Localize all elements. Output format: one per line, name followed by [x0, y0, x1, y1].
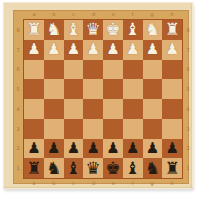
- square-a5[interactable]: [24, 79, 44, 99]
- square-b8[interactable]: ♞: [44, 20, 64, 40]
- piece-white-queen[interactable]: ♛: [86, 21, 101, 38]
- square-d4[interactable]: [83, 99, 103, 119]
- square-h2[interactable]: ♟: [162, 139, 182, 159]
- coordinate-label: 8: [186, 20, 189, 40]
- coordinate-label: 5: [186, 79, 189, 99]
- coordinate-label: b: [44, 180, 64, 186]
- coordinate-label: e: [104, 11, 124, 17]
- coordinate-label: f: [123, 180, 142, 186]
- file-labels-bottom: abcdefgh: [24, 179, 182, 187]
- square-f7[interactable]: ♟: [123, 40, 143, 60]
- square-a4[interactable]: [24, 99, 44, 119]
- square-a8[interactable]: ♜: [24, 20, 44, 40]
- piece-white-bishop[interactable]: ♝: [66, 21, 81, 38]
- piece-black-rook[interactable]: ♜: [165, 159, 180, 176]
- square-e7[interactable]: ♟: [103, 40, 123, 60]
- square-d8[interactable]: ♛: [83, 20, 103, 40]
- square-c7[interactable]: ♟: [64, 40, 84, 60]
- coordinate-label: 2: [186, 139, 189, 159]
- piece-white-rook[interactable]: ♜: [165, 21, 180, 38]
- piece-black-knight[interactable]: ♞: [145, 159, 160, 176]
- piece-white-rook[interactable]: ♜: [26, 21, 41, 38]
- piece-black-pawn[interactable]: ♟: [106, 140, 119, 155]
- coordinate-label: a: [24, 180, 44, 186]
- square-a3[interactable]: [24, 119, 44, 139]
- piece-white-pawn[interactable]: ♟: [146, 42, 159, 57]
- piece-black-bishop[interactable]: ♝: [66, 159, 81, 176]
- coordinate-label: 1: [186, 158, 189, 178]
- rank-labels-left: 87654321: [14, 20, 22, 178]
- square-h3[interactable]: [162, 119, 182, 139]
- piece-black-pawn[interactable]: ♟: [126, 140, 139, 155]
- square-b1[interactable]: ♞: [44, 158, 64, 178]
- piece-black-pawn[interactable]: ♟: [47, 140, 60, 155]
- square-h8[interactable]: ♜: [162, 20, 182, 40]
- square-g5[interactable]: [143, 79, 163, 99]
- coordinate-label: f: [123, 11, 142, 17]
- coordinate-label: e: [104, 180, 124, 186]
- square-e6[interactable]: [103, 60, 123, 80]
- coordinate-label: 7: [186, 40, 189, 60]
- square-f6[interactable]: [123, 60, 143, 80]
- piece-black-pawn[interactable]: ♟: [165, 140, 178, 155]
- square-b3[interactable]: [44, 119, 64, 139]
- square-b7[interactable]: ♟: [44, 40, 64, 60]
- square-h7[interactable]: ♟: [162, 40, 182, 60]
- piece-black-bishop[interactable]: ♝: [125, 159, 140, 176]
- square-e4[interactable]: [103, 99, 123, 119]
- square-h4[interactable]: [162, 99, 182, 119]
- square-g2[interactable]: ♟: [143, 139, 163, 159]
- square-a7[interactable]: ♟: [24, 40, 44, 60]
- coordinate-label: d: [84, 180, 104, 186]
- piece-black-knight[interactable]: ♞: [46, 159, 61, 176]
- coordinate-label: b: [44, 11, 64, 17]
- piece-white-pawn[interactable]: ♟: [67, 42, 80, 57]
- square-c4[interactable]: [64, 99, 84, 119]
- square-f5[interactable]: [123, 79, 143, 99]
- square-b4[interactable]: [44, 99, 64, 119]
- piece-white-bishop[interactable]: ♝: [125, 21, 140, 38]
- piece-white-pawn[interactable]: ♟: [106, 42, 119, 57]
- product-photo: abcdefgh abcdefgh 87654321 87654321 ♜♞♝♛…: [0, 0, 200, 200]
- coordinate-label: h: [162, 180, 182, 186]
- piece-white-pawn[interactable]: ♟: [86, 42, 99, 57]
- square-d5[interactable]: [83, 79, 103, 99]
- square-d6[interactable]: [83, 60, 103, 80]
- piece-white-pawn[interactable]: ♟: [27, 42, 40, 57]
- square-h6[interactable]: [162, 60, 182, 80]
- piece-white-king[interactable]: ♚: [105, 21, 120, 38]
- square-a6[interactable]: [24, 60, 44, 80]
- coordinate-label: a: [24, 11, 44, 17]
- square-f4[interactable]: [123, 99, 143, 119]
- square-d2[interactable]: ♟: [83, 139, 103, 159]
- piece-white-pawn[interactable]: ♟: [165, 42, 178, 57]
- coordinate-label: 3: [16, 119, 19, 139]
- coordinate-label: c: [64, 11, 84, 17]
- square-f8[interactable]: ♝: [123, 20, 143, 40]
- rank-labels-right: 87654321: [184, 20, 192, 178]
- square-b6[interactable]: [44, 60, 64, 80]
- square-e8[interactable]: ♚: [103, 20, 123, 40]
- piece-white-knight[interactable]: ♞: [46, 21, 61, 38]
- coordinate-label: 7: [16, 40, 19, 60]
- square-c8[interactable]: ♝: [64, 20, 84, 40]
- coordinate-label: g: [142, 11, 162, 17]
- square-g4[interactable]: [143, 99, 163, 119]
- coordinate-label: 3: [186, 119, 189, 139]
- square-e1[interactable]: ♚: [103, 158, 123, 178]
- square-g8[interactable]: ♞: [143, 20, 163, 40]
- square-c1[interactable]: ♝: [64, 158, 84, 178]
- square-c6[interactable]: [64, 60, 84, 80]
- piece-white-pawn[interactable]: ♟: [47, 42, 60, 57]
- square-h1[interactable]: ♜: [162, 158, 182, 178]
- square-d1[interactable]: ♛: [83, 158, 103, 178]
- coordinate-label: c: [64, 180, 84, 186]
- square-c3[interactable]: [64, 119, 84, 139]
- piece-black-pawn[interactable]: ♟: [67, 140, 80, 155]
- piece-black-queen[interactable]: ♛: [86, 159, 101, 176]
- square-f2[interactable]: ♟: [123, 139, 143, 159]
- square-b5[interactable]: [44, 79, 64, 99]
- square-a1[interactable]: ♜: [24, 158, 44, 178]
- piece-white-knight[interactable]: ♞: [145, 21, 160, 38]
- coordinate-label: 4: [16, 99, 19, 119]
- square-c5[interactable]: [64, 79, 84, 99]
- coordinate-label: d: [84, 11, 104, 17]
- coordinate-label: 8: [16, 20, 19, 40]
- square-b2[interactable]: ♟: [44, 139, 64, 159]
- piece-black-pawn[interactable]: ♟: [27, 140, 40, 155]
- square-e3[interactable]: [103, 119, 123, 139]
- coordinate-label: g: [142, 180, 162, 186]
- file-labels-top: abcdefgh: [24, 10, 182, 18]
- coordinate-label: h: [162, 11, 182, 17]
- coordinate-label: 2: [16, 139, 19, 159]
- square-e2[interactable]: ♟: [103, 139, 123, 159]
- square-g3[interactable]: [143, 119, 163, 139]
- square-c2[interactable]: ♟: [64, 139, 84, 159]
- square-f1[interactable]: ♝: [123, 158, 143, 178]
- coordinate-label: 4: [186, 99, 189, 119]
- piece-white-pawn[interactable]: ♟: [126, 42, 139, 57]
- square-g7[interactable]: ♟: [143, 40, 163, 60]
- coordinate-label: 6: [16, 60, 19, 80]
- coordinate-label: 1: [16, 158, 19, 178]
- square-f3[interactable]: [123, 119, 143, 139]
- square-d3[interactable]: [83, 119, 103, 139]
- coordinate-label: 6: [186, 60, 189, 80]
- piece-black-king[interactable]: ♚: [105, 159, 120, 176]
- square-d7[interactable]: ♟: [83, 40, 103, 60]
- piece-black-pawn[interactable]: ♟: [86, 140, 99, 155]
- chess-board[interactable]: ♜♞♝♛♚♝♞♜♟♟♟♟♟♟♟♟♟♟♟♟♟♟♟♟♜♞♝♛♚♝♞♜: [23, 19, 183, 179]
- piece-black-pawn[interactable]: ♟: [146, 140, 159, 155]
- square-e5[interactable]: [103, 79, 123, 99]
- square-a2[interactable]: ♟: [24, 139, 44, 159]
- square-h5[interactable]: [162, 79, 182, 99]
- square-g1[interactable]: ♞: [143, 158, 163, 178]
- piece-black-rook[interactable]: ♜: [26, 159, 41, 176]
- coordinate-label: 5: [16, 79, 19, 99]
- square-g6[interactable]: [143, 60, 163, 80]
